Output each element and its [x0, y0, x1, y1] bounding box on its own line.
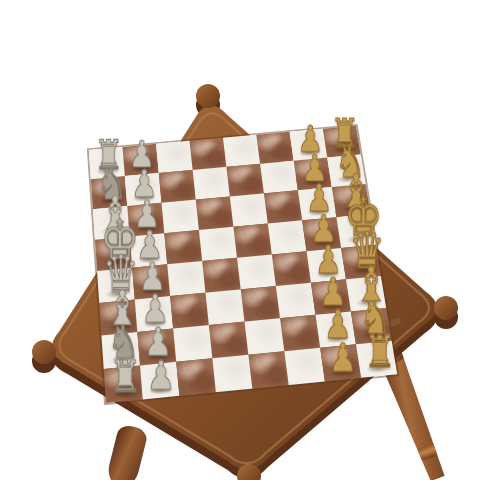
chess-table-top: [0, 0, 480, 480]
photo-stage: ♜♟♟♜♞♟♟♞♝♟♟♝♚♟♟♚♛♟♟♛♝♟♟♝♞♟♟♞♜♟♟♜: [0, 0, 480, 480]
